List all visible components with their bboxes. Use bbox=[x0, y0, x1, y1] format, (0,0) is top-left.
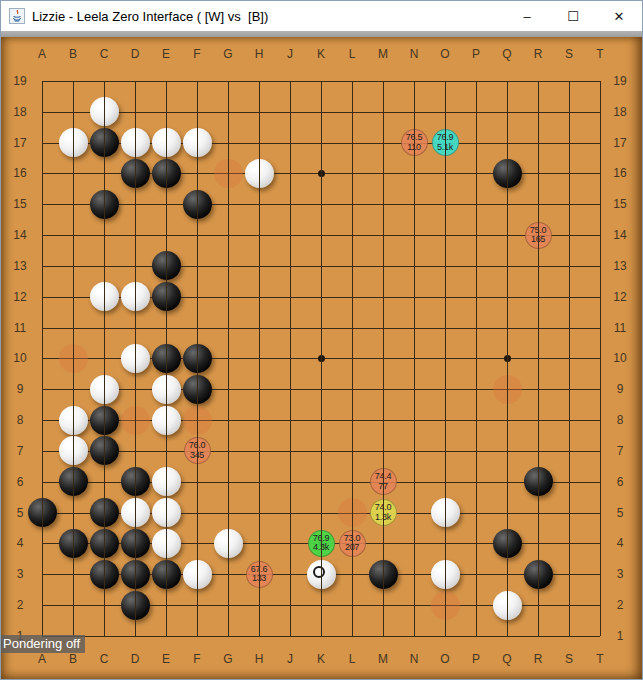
board-cell-N1[interactable] bbox=[399, 621, 430, 652]
board-cell-H1[interactable] bbox=[244, 621, 275, 652]
board-cell-G19[interactable] bbox=[213, 66, 244, 97]
board-cell-P4[interactable] bbox=[461, 528, 492, 559]
board-cell-M19[interactable] bbox=[368, 66, 399, 97]
board-cell-C10[interactable] bbox=[89, 343, 120, 374]
board-cell-Q12[interactable] bbox=[492, 281, 523, 312]
board-cell-N13[interactable] bbox=[399, 251, 430, 282]
board-cell-D1[interactable] bbox=[120, 621, 151, 652]
board-cell-C16[interactable] bbox=[89, 158, 120, 189]
board-cell-H4[interactable] bbox=[244, 528, 275, 559]
board-cell-G10[interactable] bbox=[213, 343, 244, 374]
board-cell-S9[interactable] bbox=[554, 374, 585, 405]
board-cell-F1[interactable] bbox=[182, 621, 213, 652]
board-cell-F17[interactable] bbox=[182, 127, 213, 158]
board-cell-Q6[interactable] bbox=[492, 466, 523, 497]
board-cell-A16[interactable] bbox=[27, 158, 58, 189]
board-cell-T3[interactable] bbox=[585, 559, 616, 590]
board-cell-M13[interactable] bbox=[368, 251, 399, 282]
board-cell-H16[interactable] bbox=[244, 158, 275, 189]
board-cell-D16[interactable] bbox=[120, 158, 151, 189]
board-cell-D9[interactable] bbox=[120, 374, 151, 405]
board-cell-Q15[interactable] bbox=[492, 189, 523, 220]
board-cell-S5[interactable] bbox=[554, 497, 585, 528]
board-cell-J9[interactable] bbox=[275, 374, 306, 405]
board-cell-J15[interactable] bbox=[275, 189, 306, 220]
board-cell-K7[interactable] bbox=[306, 436, 337, 467]
board-cell-C18[interactable] bbox=[89, 96, 120, 127]
board-cell-D5[interactable] bbox=[120, 497, 151, 528]
board-cell-J6[interactable] bbox=[275, 466, 306, 497]
board-cell-P13[interactable] bbox=[461, 251, 492, 282]
board-cell-F10[interactable] bbox=[182, 343, 213, 374]
board-cell-F18[interactable] bbox=[182, 96, 213, 127]
board-cell-E6[interactable] bbox=[151, 466, 182, 497]
board-cell-H18[interactable] bbox=[244, 96, 275, 127]
board-cell-Q7[interactable] bbox=[492, 436, 523, 467]
board-cell-O12[interactable] bbox=[430, 281, 461, 312]
board-cell-M5[interactable]: 74.01.3k bbox=[368, 497, 399, 528]
board-cell-D19[interactable] bbox=[120, 66, 151, 97]
board-cell-J11[interactable] bbox=[275, 312, 306, 343]
board-cell-T7[interactable] bbox=[585, 436, 616, 467]
board-cell-F14[interactable] bbox=[182, 220, 213, 251]
board-cell-S17[interactable] bbox=[554, 127, 585, 158]
board-cell-C1[interactable] bbox=[89, 621, 120, 652]
board-cell-C5[interactable] bbox=[89, 497, 120, 528]
board-cell-K14[interactable] bbox=[306, 220, 337, 251]
board-cell-N7[interactable] bbox=[399, 436, 430, 467]
board-cell-E5[interactable] bbox=[151, 497, 182, 528]
board-cell-A2[interactable] bbox=[27, 590, 58, 621]
board-cell-C8[interactable] bbox=[89, 405, 120, 436]
board-cell-K17[interactable] bbox=[306, 127, 337, 158]
board-cell-T19[interactable] bbox=[585, 66, 616, 97]
board-cell-A10[interactable] bbox=[27, 343, 58, 374]
board-cell-H19[interactable] bbox=[244, 66, 275, 97]
board-cell-B3[interactable] bbox=[58, 559, 89, 590]
board-cell-R7[interactable] bbox=[523, 436, 554, 467]
board-cell-N11[interactable] bbox=[399, 312, 430, 343]
board-cell-A3[interactable] bbox=[27, 559, 58, 590]
board-cell-H9[interactable] bbox=[244, 374, 275, 405]
board-cell-L14[interactable] bbox=[337, 220, 368, 251]
board-cell-K15[interactable] bbox=[306, 189, 337, 220]
board-cell-P19[interactable] bbox=[461, 66, 492, 97]
board-cell-O14[interactable] bbox=[430, 220, 461, 251]
board-cell-A6[interactable] bbox=[27, 466, 58, 497]
board-cell-L19[interactable] bbox=[337, 66, 368, 97]
board-cell-H7[interactable] bbox=[244, 436, 275, 467]
board-cell-C11[interactable] bbox=[89, 312, 120, 343]
suggestion-circle-R14[interactable]: 75.0165 bbox=[525, 222, 552, 249]
board-cell-M15[interactable] bbox=[368, 189, 399, 220]
board-cell-F16[interactable] bbox=[182, 158, 213, 189]
board-cell-F6[interactable] bbox=[182, 466, 213, 497]
board-cell-Q9[interactable] bbox=[492, 374, 523, 405]
board-cell-K12[interactable] bbox=[306, 281, 337, 312]
board-cell-E8[interactable] bbox=[151, 405, 182, 436]
board-cell-K11[interactable] bbox=[306, 312, 337, 343]
board-cell-H8[interactable] bbox=[244, 405, 275, 436]
board-cell-N19[interactable] bbox=[399, 66, 430, 97]
board-cell-M16[interactable] bbox=[368, 158, 399, 189]
board-cell-L13[interactable] bbox=[337, 251, 368, 282]
board-cell-L8[interactable] bbox=[337, 405, 368, 436]
board-cell-M17[interactable] bbox=[368, 127, 399, 158]
board-cell-R15[interactable] bbox=[523, 189, 554, 220]
board-cell-N15[interactable] bbox=[399, 189, 430, 220]
board-cell-F12[interactable] bbox=[182, 281, 213, 312]
board-cell-R16[interactable] bbox=[523, 158, 554, 189]
board-cell-M3[interactable] bbox=[368, 559, 399, 590]
board-cell-B15[interactable] bbox=[58, 189, 89, 220]
suggestion-circle-M6[interactable]: 74.477 bbox=[370, 468, 397, 495]
board-cell-B11[interactable] bbox=[58, 312, 89, 343]
board-cell-Q5[interactable] bbox=[492, 497, 523, 528]
board-cell-E17[interactable] bbox=[151, 127, 182, 158]
board-cell-Q17[interactable] bbox=[492, 127, 523, 158]
board-cell-E14[interactable] bbox=[151, 220, 182, 251]
board-cell-N16[interactable] bbox=[399, 158, 430, 189]
board-cell-J7[interactable] bbox=[275, 436, 306, 467]
board-cell-O1[interactable] bbox=[430, 621, 461, 652]
board-cell-E1[interactable] bbox=[151, 621, 182, 652]
board-cell-G3[interactable] bbox=[213, 559, 244, 590]
board-cell-H6[interactable] bbox=[244, 466, 275, 497]
board-cell-Q8[interactable] bbox=[492, 405, 523, 436]
board-cell-N10[interactable] bbox=[399, 343, 430, 374]
board-cell-E7[interactable] bbox=[151, 436, 182, 467]
board-cell-J5[interactable] bbox=[275, 497, 306, 528]
board-cell-B7[interactable] bbox=[58, 436, 89, 467]
board-cell-K4[interactable]: 76.94.3k bbox=[306, 528, 337, 559]
board-cell-C3[interactable] bbox=[89, 559, 120, 590]
board-cell-G16[interactable] bbox=[213, 158, 244, 189]
board-cell-R2[interactable] bbox=[523, 590, 554, 621]
board-cell-D14[interactable] bbox=[120, 220, 151, 251]
board-cell-R12[interactable] bbox=[523, 281, 554, 312]
board-cell-P14[interactable] bbox=[461, 220, 492, 251]
board-cell-T17[interactable] bbox=[585, 127, 616, 158]
board-cell-R9[interactable] bbox=[523, 374, 554, 405]
board-cell-T4[interactable] bbox=[585, 528, 616, 559]
board-cell-B2[interactable] bbox=[58, 590, 89, 621]
board-cell-R6[interactable] bbox=[523, 466, 554, 497]
board-cell-L15[interactable] bbox=[337, 189, 368, 220]
board-cell-P8[interactable] bbox=[461, 405, 492, 436]
board-cell-B8[interactable] bbox=[58, 405, 89, 436]
suggestion-circle-H3[interactable]: 67.6133 bbox=[246, 561, 273, 588]
board-cell-D15[interactable] bbox=[120, 189, 151, 220]
board-cell-F8[interactable] bbox=[182, 405, 213, 436]
board-cell-P12[interactable] bbox=[461, 281, 492, 312]
board-cell-R18[interactable] bbox=[523, 96, 554, 127]
board-cell-H5[interactable] bbox=[244, 497, 275, 528]
board-cell-O4[interactable] bbox=[430, 528, 461, 559]
board-cell-T12[interactable] bbox=[585, 281, 616, 312]
board-cell-F4[interactable] bbox=[182, 528, 213, 559]
board-cell-K6[interactable] bbox=[306, 466, 337, 497]
board-cell-C13[interactable] bbox=[89, 251, 120, 282]
board-cell-F9[interactable] bbox=[182, 374, 213, 405]
board-cell-N3[interactable] bbox=[399, 559, 430, 590]
suggestion-circle-K4[interactable]: 76.94.3k bbox=[308, 530, 335, 557]
board-cell-O3[interactable] bbox=[430, 559, 461, 590]
board-cell-E15[interactable] bbox=[151, 189, 182, 220]
board-cell-L12[interactable] bbox=[337, 281, 368, 312]
board-cell-L10[interactable] bbox=[337, 343, 368, 374]
board-cell-O9[interactable] bbox=[430, 374, 461, 405]
board-cell-S8[interactable] bbox=[554, 405, 585, 436]
board-cell-D17[interactable] bbox=[120, 127, 151, 158]
close-button[interactable]: ✕ bbox=[596, 1, 642, 31]
board-cell-K18[interactable] bbox=[306, 96, 337, 127]
board-cell-F11[interactable] bbox=[182, 312, 213, 343]
board-cell-E2[interactable] bbox=[151, 590, 182, 621]
board-cell-R4[interactable] bbox=[523, 528, 554, 559]
board-cell-S4[interactable] bbox=[554, 528, 585, 559]
board-cell-G12[interactable] bbox=[213, 281, 244, 312]
board-cell-T8[interactable] bbox=[585, 405, 616, 436]
board-cell-A4[interactable] bbox=[27, 528, 58, 559]
board-cell-M8[interactable] bbox=[368, 405, 399, 436]
board-cell-M18[interactable] bbox=[368, 96, 399, 127]
board-cell-O19[interactable] bbox=[430, 66, 461, 97]
board-cell-G17[interactable] bbox=[213, 127, 244, 158]
board-cell-R14[interactable]: 75.0165 bbox=[523, 220, 554, 251]
board-cell-B9[interactable] bbox=[58, 374, 89, 405]
board-cell-P7[interactable] bbox=[461, 436, 492, 467]
board-cell-T15[interactable] bbox=[585, 189, 616, 220]
board-cell-P17[interactable] bbox=[461, 127, 492, 158]
board-cell-B19[interactable] bbox=[58, 66, 89, 97]
board-cell-Q4[interactable] bbox=[492, 528, 523, 559]
board-cell-L5[interactable] bbox=[337, 497, 368, 528]
board-cell-M14[interactable] bbox=[368, 220, 399, 251]
board-cell-H14[interactable] bbox=[244, 220, 275, 251]
board-cell-C12[interactable] bbox=[89, 281, 120, 312]
board-cell-Q3[interactable] bbox=[492, 559, 523, 590]
board-cell-Q19[interactable] bbox=[492, 66, 523, 97]
board-cell-G2[interactable] bbox=[213, 590, 244, 621]
board-cell-N9[interactable] bbox=[399, 374, 430, 405]
board-cell-M10[interactable] bbox=[368, 343, 399, 374]
board-cell-H12[interactable] bbox=[244, 281, 275, 312]
board-cell-L9[interactable] bbox=[337, 374, 368, 405]
board-cell-M7[interactable] bbox=[368, 436, 399, 467]
board-cell-N17[interactable]: 76.5110 bbox=[399, 127, 430, 158]
board-cell-P11[interactable] bbox=[461, 312, 492, 343]
board-cell-C7[interactable] bbox=[89, 436, 120, 467]
board-cell-O7[interactable] bbox=[430, 436, 461, 467]
board-cell-E10[interactable] bbox=[151, 343, 182, 374]
board-cell-G5[interactable] bbox=[213, 497, 244, 528]
minimize-button[interactable]: – bbox=[504, 1, 550, 31]
board-cell-E11[interactable] bbox=[151, 312, 182, 343]
board-cell-A8[interactable] bbox=[27, 405, 58, 436]
board-cell-C9[interactable] bbox=[89, 374, 120, 405]
board-cell-P2[interactable] bbox=[461, 590, 492, 621]
board-cell-P18[interactable] bbox=[461, 96, 492, 127]
board-cell-O6[interactable] bbox=[430, 466, 461, 497]
board-cell-F15[interactable] bbox=[182, 189, 213, 220]
suggestion-circle-M5[interactable]: 74.01.3k bbox=[370, 499, 397, 526]
board-cell-K1[interactable] bbox=[306, 621, 337, 652]
board-cell-T14[interactable] bbox=[585, 220, 616, 251]
board-cell-J17[interactable] bbox=[275, 127, 306, 158]
board-cell-S7[interactable] bbox=[554, 436, 585, 467]
board-cell-Q10[interactable] bbox=[492, 343, 523, 374]
board-cell-L16[interactable] bbox=[337, 158, 368, 189]
board-cell-O16[interactable] bbox=[430, 158, 461, 189]
board-cell-A5[interactable] bbox=[27, 497, 58, 528]
board-cell-Q16[interactable] bbox=[492, 158, 523, 189]
board-cell-A17[interactable] bbox=[27, 127, 58, 158]
board-cell-O18[interactable] bbox=[430, 96, 461, 127]
suggestion-circle-O17[interactable]: 76.95.1k bbox=[432, 129, 459, 156]
board-cell-P16[interactable] bbox=[461, 158, 492, 189]
board-cell-T1[interactable] bbox=[585, 621, 616, 652]
board-cell-S1[interactable] bbox=[554, 621, 585, 652]
board-cell-E18[interactable] bbox=[151, 96, 182, 127]
board-cell-G14[interactable] bbox=[213, 220, 244, 251]
board-cell-E3[interactable] bbox=[151, 559, 182, 590]
board-cell-R19[interactable] bbox=[523, 66, 554, 97]
board-cell-B14[interactable] bbox=[58, 220, 89, 251]
board-cell-J13[interactable] bbox=[275, 251, 306, 282]
board-cell-T10[interactable] bbox=[585, 343, 616, 374]
board-cell-T13[interactable] bbox=[585, 251, 616, 282]
suggestion-circle-N17[interactable]: 76.5110 bbox=[401, 129, 428, 156]
suggestion-circle-F7[interactable]: 76.0345 bbox=[184, 437, 211, 464]
board-cell-R13[interactable] bbox=[523, 251, 554, 282]
board-cell-P10[interactable] bbox=[461, 343, 492, 374]
board-cell-M12[interactable] bbox=[368, 281, 399, 312]
board-cell-F2[interactable] bbox=[182, 590, 213, 621]
board-cell-R3[interactable] bbox=[523, 559, 554, 590]
board-cell-O10[interactable] bbox=[430, 343, 461, 374]
board-cell-C14[interactable] bbox=[89, 220, 120, 251]
board-cell-S18[interactable] bbox=[554, 96, 585, 127]
board-cell-B17[interactable] bbox=[58, 127, 89, 158]
board-cell-O2[interactable] bbox=[430, 590, 461, 621]
board-cell-K13[interactable] bbox=[306, 251, 337, 282]
board-cell-O13[interactable] bbox=[430, 251, 461, 282]
board-cell-H11[interactable] bbox=[244, 312, 275, 343]
board-cell-F3[interactable] bbox=[182, 559, 213, 590]
board-cell-C17[interactable] bbox=[89, 127, 120, 158]
board-cell-Q13[interactable] bbox=[492, 251, 523, 282]
board-cell-L11[interactable] bbox=[337, 312, 368, 343]
board-cell-B12[interactable] bbox=[58, 281, 89, 312]
board-cell-H10[interactable] bbox=[244, 343, 275, 374]
board-cell-E19[interactable] bbox=[151, 66, 182, 97]
board-cell-D11[interactable] bbox=[120, 312, 151, 343]
board-cell-F7[interactable]: 76.0345 bbox=[182, 436, 213, 467]
board-cell-O11[interactable] bbox=[430, 312, 461, 343]
board-cell-N5[interactable] bbox=[399, 497, 430, 528]
board-cell-K5[interactable] bbox=[306, 497, 337, 528]
board-cell-J12[interactable] bbox=[275, 281, 306, 312]
board-cell-B6[interactable] bbox=[58, 466, 89, 497]
board-cell-A15[interactable] bbox=[27, 189, 58, 220]
board-cell-E13[interactable] bbox=[151, 251, 182, 282]
board-cell-L4[interactable]: 73.0207 bbox=[337, 528, 368, 559]
board-cell-T9[interactable] bbox=[585, 374, 616, 405]
board-cell-M2[interactable] bbox=[368, 590, 399, 621]
board-cell-J19[interactable] bbox=[275, 66, 306, 97]
board-cell-K16[interactable] bbox=[306, 158, 337, 189]
board-cell-S13[interactable] bbox=[554, 251, 585, 282]
board-cell-O15[interactable] bbox=[430, 189, 461, 220]
board-cell-L18[interactable] bbox=[337, 96, 368, 127]
board-cell-G8[interactable] bbox=[213, 405, 244, 436]
board-cell-P3[interactable] bbox=[461, 559, 492, 590]
board-cell-J16[interactable] bbox=[275, 158, 306, 189]
board-cell-C19[interactable] bbox=[89, 66, 120, 97]
board-cell-A18[interactable] bbox=[27, 96, 58, 127]
board-cell-S14[interactable] bbox=[554, 220, 585, 251]
board-cell-G7[interactable] bbox=[213, 436, 244, 467]
board-cell-E9[interactable] bbox=[151, 374, 182, 405]
board-cell-A11[interactable] bbox=[27, 312, 58, 343]
suggestion-circle-L4[interactable]: 73.0207 bbox=[339, 530, 366, 557]
board-cell-D3[interactable] bbox=[120, 559, 151, 590]
board-cell-S10[interactable] bbox=[554, 343, 585, 374]
board-cell-G9[interactable] bbox=[213, 374, 244, 405]
board-cell-Q11[interactable] bbox=[492, 312, 523, 343]
board-cell-L17[interactable] bbox=[337, 127, 368, 158]
board-cell-D13[interactable] bbox=[120, 251, 151, 282]
board-cell-B4[interactable] bbox=[58, 528, 89, 559]
board-cell-L3[interactable] bbox=[337, 559, 368, 590]
board-cell-T11[interactable] bbox=[585, 312, 616, 343]
board-cell-D7[interactable] bbox=[120, 436, 151, 467]
board-cell-F13[interactable] bbox=[182, 251, 213, 282]
board-cell-G6[interactable] bbox=[213, 466, 244, 497]
board-cell-K3[interactable] bbox=[306, 559, 337, 590]
board-cell-S2[interactable] bbox=[554, 590, 585, 621]
board-cell-S3[interactable] bbox=[554, 559, 585, 590]
board-cell-H15[interactable] bbox=[244, 189, 275, 220]
board-cell-N4[interactable] bbox=[399, 528, 430, 559]
board-cell-R17[interactable] bbox=[523, 127, 554, 158]
board-cell-K2[interactable] bbox=[306, 590, 337, 621]
board-cell-C2[interactable] bbox=[89, 590, 120, 621]
board-cell-S15[interactable] bbox=[554, 189, 585, 220]
board-cell-S16[interactable] bbox=[554, 158, 585, 189]
board-cell-K9[interactable] bbox=[306, 374, 337, 405]
board-cell-P9[interactable] bbox=[461, 374, 492, 405]
maximize-button[interactable]: ☐ bbox=[550, 1, 596, 31]
board-cell-S12[interactable] bbox=[554, 281, 585, 312]
board-cell-D4[interactable] bbox=[120, 528, 151, 559]
board-cell-T2[interactable] bbox=[585, 590, 616, 621]
board-cell-M1[interactable] bbox=[368, 621, 399, 652]
board-cell-D6[interactable] bbox=[120, 466, 151, 497]
board-cell-C4[interactable] bbox=[89, 528, 120, 559]
board-cell-F5[interactable] bbox=[182, 497, 213, 528]
board-cell-J14[interactable] bbox=[275, 220, 306, 251]
board-cell-T6[interactable] bbox=[585, 466, 616, 497]
board-cell-L1[interactable] bbox=[337, 621, 368, 652]
board-cell-H13[interactable] bbox=[244, 251, 275, 282]
board-cell-B10[interactable] bbox=[58, 343, 89, 374]
board-cell-T18[interactable] bbox=[585, 96, 616, 127]
board-cell-T5[interactable] bbox=[585, 497, 616, 528]
board-cell-R11[interactable] bbox=[523, 312, 554, 343]
board-cell-A9[interactable] bbox=[27, 374, 58, 405]
